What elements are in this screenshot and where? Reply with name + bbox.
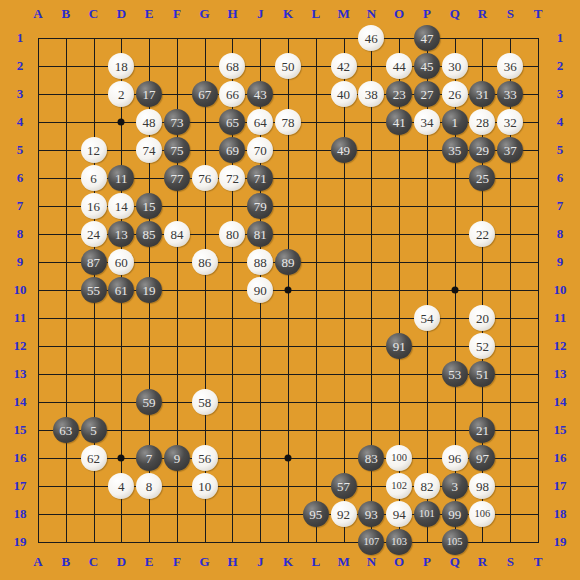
stone-H4[interactable]: 65: [219, 109, 245, 135]
row-label-right: 11: [554, 310, 566, 326]
row-label-right: 9: [557, 254, 564, 270]
stone-E7[interactable]: 15: [136, 193, 162, 219]
stone-R18[interactable]: 106: [469, 501, 495, 527]
row-label-left: 4: [17, 114, 24, 130]
column-label-top: S: [507, 6, 514, 22]
column-label-bottom: L: [311, 554, 320, 570]
column-label-bottom: T: [534, 554, 543, 570]
stone-G9[interactable]: 86: [192, 249, 218, 275]
stone-N19[interactable]: 107: [358, 529, 384, 555]
stone-L18[interactable]: 95: [303, 501, 329, 527]
column-label-bottom: B: [61, 554, 70, 570]
stone-C15[interactable]: 5: [81, 417, 107, 443]
stone-P17[interactable]: 82: [414, 473, 440, 499]
stone-O16[interactable]: 100: [386, 445, 412, 471]
stone-J3[interactable]: 43: [247, 81, 273, 107]
stone-G16[interactable]: 56: [192, 445, 218, 471]
stone-E16[interactable]: 7: [136, 445, 162, 471]
stone-J4[interactable]: 64: [247, 109, 273, 135]
stone-O3[interactable]: 23: [386, 81, 412, 107]
row-label-right: 18: [554, 506, 567, 522]
stone-Q18[interactable]: 99: [442, 501, 468, 527]
row-label-left: 2: [17, 58, 24, 74]
grid-line-horizontal: [38, 346, 539, 347]
column-label-bottom: H: [227, 554, 237, 570]
star-point: [118, 119, 125, 126]
row-label-left: 19: [14, 534, 27, 550]
stone-P11[interactable]: 54: [414, 305, 440, 331]
stone-Q19[interactable]: 105: [442, 529, 468, 555]
stone-O19[interactable]: 103: [386, 529, 412, 555]
stone-N3[interactable]: 38: [358, 81, 384, 107]
column-label-bottom: F: [173, 554, 181, 570]
stone-P1[interactable]: 47: [414, 25, 440, 51]
column-label-top: G: [200, 6, 210, 22]
stone-C6[interactable]: 6: [81, 165, 107, 191]
row-label-right: 13: [554, 366, 567, 382]
stone-M3[interactable]: 40: [331, 81, 357, 107]
row-label-right: 16: [554, 450, 567, 466]
stone-Q3[interactable]: 26: [442, 81, 468, 107]
stone-H3[interactable]: 66: [219, 81, 245, 107]
stone-Q13[interactable]: 53: [442, 361, 468, 387]
row-label-right: 1: [557, 30, 564, 46]
column-label-top: D: [117, 6, 126, 22]
column-label-bottom: M: [337, 554, 349, 570]
stone-P3[interactable]: 27: [414, 81, 440, 107]
row-label-left: 9: [17, 254, 24, 270]
stone-D3[interactable]: 2: [108, 81, 134, 107]
stone-F5[interactable]: 75: [164, 137, 190, 163]
star-point: [285, 455, 292, 462]
stone-G17[interactable]: 10: [192, 473, 218, 499]
row-label-left: 1: [17, 30, 24, 46]
stone-C7[interactable]: 16: [81, 193, 107, 219]
stone-Q5[interactable]: 35: [442, 137, 468, 163]
row-label-right: 5: [557, 142, 564, 158]
stone-Q17[interactable]: 3: [442, 473, 468, 499]
stone-J5[interactable]: 70: [247, 137, 273, 163]
stone-D9[interactable]: 60: [108, 249, 134, 275]
column-label-bottom: E: [145, 554, 154, 570]
column-label-top: M: [337, 6, 349, 22]
stone-D7[interactable]: 14: [108, 193, 134, 219]
column-label-bottom: A: [33, 554, 42, 570]
stone-P4[interactable]: 34: [414, 109, 440, 135]
row-label-left: 5: [17, 142, 24, 158]
stone-M17[interactable]: 57: [331, 473, 357, 499]
row-label-right: 8: [557, 226, 564, 242]
stone-C10[interactable]: 55: [81, 277, 107, 303]
stone-M2[interactable]: 42: [331, 53, 357, 79]
stone-G14[interactable]: 58: [192, 389, 218, 415]
stone-E3[interactable]: 17: [136, 81, 162, 107]
stone-F4[interactable]: 73: [164, 109, 190, 135]
column-label-top: A: [33, 6, 42, 22]
stone-R6[interactable]: 25: [469, 165, 495, 191]
stone-E10[interactable]: 19: [136, 277, 162, 303]
column-label-top: N: [367, 6, 376, 22]
stone-S4[interactable]: 32: [497, 109, 523, 135]
go-board[interactable]: AABBCCDDEEFFGGHHJJKKLLMMNNOOPPQQRRSSTT11…: [0, 0, 580, 580]
stone-J8[interactable]: 81: [247, 221, 273, 247]
star-point: [285, 287, 292, 294]
stone-D17[interactable]: 4: [108, 473, 134, 499]
stone-G3[interactable]: 67: [192, 81, 218, 107]
stone-H2[interactable]: 68: [219, 53, 245, 79]
stone-R15[interactable]: 21: [469, 417, 495, 443]
stone-E14[interactable]: 59: [136, 389, 162, 415]
row-label-right: 6: [557, 170, 564, 186]
row-label-right: 14: [554, 394, 567, 410]
stone-R5[interactable]: 29: [469, 137, 495, 163]
stone-M18[interactable]: 92: [331, 501, 357, 527]
column-label-top: Q: [450, 6, 460, 22]
stone-E17[interactable]: 8: [136, 473, 162, 499]
column-label-bottom: P: [423, 554, 431, 570]
stone-D8[interactable]: 13: [108, 221, 134, 247]
stone-R3[interactable]: 31: [469, 81, 495, 107]
row-label-right: 2: [557, 58, 564, 74]
stone-D10[interactable]: 61: [108, 277, 134, 303]
column-label-top: B: [61, 6, 70, 22]
stone-S5[interactable]: 37: [497, 137, 523, 163]
stone-F16[interactable]: 9: [164, 445, 190, 471]
stone-R12[interactable]: 52: [469, 333, 495, 359]
grid-line-horizontal: [38, 318, 539, 319]
row-label-left: 14: [14, 394, 27, 410]
stone-F8[interactable]: 84: [164, 221, 190, 247]
column-label-bottom: K: [283, 554, 293, 570]
stone-J7[interactable]: 79: [247, 193, 273, 219]
row-label-right: 17: [554, 478, 567, 494]
grid-line-vertical: [344, 38, 345, 543]
star-point: [451, 287, 458, 294]
stone-O18[interactable]: 94: [386, 501, 412, 527]
stone-C16[interactable]: 62: [81, 445, 107, 471]
row-label-left: 8: [17, 226, 24, 242]
stone-H8[interactable]: 80: [219, 221, 245, 247]
stone-E4[interactable]: 48: [136, 109, 162, 135]
column-label-bottom: C: [89, 554, 98, 570]
stone-R17[interactable]: 98: [469, 473, 495, 499]
stone-P18[interactable]: 101: [414, 501, 440, 527]
row-label-right: 19: [554, 534, 567, 550]
stone-N18[interactable]: 93: [358, 501, 384, 527]
grid-line-horizontal: [38, 430, 539, 431]
stone-D2[interactable]: 18: [108, 53, 134, 79]
column-label-bottom: G: [200, 554, 210, 570]
column-label-bottom: Q: [450, 554, 460, 570]
column-label-top: H: [227, 6, 237, 22]
row-label-left: 3: [17, 86, 24, 102]
row-label-right: 15: [554, 422, 567, 438]
stone-O17[interactable]: 102: [386, 473, 412, 499]
stone-R11[interactable]: 20: [469, 305, 495, 331]
stone-E8[interactable]: 85: [136, 221, 162, 247]
row-label-left: 17: [14, 478, 27, 494]
row-label-left: 6: [17, 170, 24, 186]
stone-D6[interactable]: 11: [108, 165, 134, 191]
stone-K2[interactable]: 50: [275, 53, 301, 79]
go-kifu-diagram: AABBCCDDEEFFGGHHJJKKLLMMNNOOPPQQRRSSTT11…: [0, 0, 580, 580]
stone-J10[interactable]: 90: [247, 277, 273, 303]
stone-N1[interactable]: 46: [358, 25, 384, 51]
stone-S2[interactable]: 36: [497, 53, 523, 79]
row-label-left: 11: [14, 310, 26, 326]
column-label-top: K: [283, 6, 293, 22]
stone-K9[interactable]: 89: [275, 249, 301, 275]
stone-N16[interactable]: 83: [358, 445, 384, 471]
row-label-right: 7: [557, 198, 564, 214]
row-label-left: 16: [14, 450, 27, 466]
stone-R8[interactable]: 22: [469, 221, 495, 247]
stone-H5[interactable]: 69: [219, 137, 245, 163]
column-label-top: E: [145, 6, 154, 22]
stone-C8[interactable]: 24: [81, 221, 107, 247]
column-label-top: J: [257, 6, 264, 22]
star-point: [118, 455, 125, 462]
column-label-top: L: [311, 6, 320, 22]
stone-P2[interactable]: 45: [414, 53, 440, 79]
row-label-right: 10: [554, 282, 567, 298]
stone-F6[interactable]: 77: [164, 165, 190, 191]
stone-B15[interactable]: 63: [53, 417, 79, 443]
column-label-bottom: N: [367, 554, 376, 570]
row-label-left: 18: [14, 506, 27, 522]
stone-R13[interactable]: 51: [469, 361, 495, 387]
column-label-top: C: [89, 6, 98, 22]
stone-Q16[interactable]: 96: [442, 445, 468, 471]
stone-S3[interactable]: 33: [497, 81, 523, 107]
column-label-top: P: [423, 6, 431, 22]
stone-H6[interactable]: 72: [219, 165, 245, 191]
column-label-bottom: O: [394, 554, 404, 570]
stone-R16[interactable]: 97: [469, 445, 495, 471]
column-label-top: O: [394, 6, 404, 22]
stone-K4[interactable]: 78: [275, 109, 301, 135]
stone-C9[interactable]: 87: [81, 249, 107, 275]
stone-M5[interactable]: 49: [331, 137, 357, 163]
grid-line-vertical: [538, 38, 539, 543]
column-label-bottom: J: [257, 554, 264, 570]
stone-C5[interactable]: 12: [81, 137, 107, 163]
grid-line-horizontal: [38, 402, 539, 403]
stone-J9[interactable]: 88: [247, 249, 273, 275]
row-label-right: 4: [557, 114, 564, 130]
column-label-bottom: S: [507, 554, 514, 570]
row-label-left: 12: [14, 338, 27, 354]
stone-G6[interactable]: 76: [192, 165, 218, 191]
column-label-top: T: [534, 6, 543, 22]
stone-O2[interactable]: 44: [386, 53, 412, 79]
stone-O12[interactable]: 91: [386, 333, 412, 359]
stone-J6[interactable]: 71: [247, 165, 273, 191]
row-label-right: 12: [554, 338, 567, 354]
column-label-top: R: [478, 6, 487, 22]
row-label-left: 7: [17, 198, 24, 214]
grid-line-vertical: [316, 38, 317, 543]
row-label-left: 10: [14, 282, 27, 298]
stone-Q4[interactable]: 1: [442, 109, 468, 135]
stone-Q2[interactable]: 30: [442, 53, 468, 79]
row-label-left: 13: [14, 366, 27, 382]
stone-O4[interactable]: 41: [386, 109, 412, 135]
stone-E5[interactable]: 74: [136, 137, 162, 163]
column-label-top: F: [173, 6, 181, 22]
row-label-left: 15: [14, 422, 27, 438]
column-label-bottom: D: [117, 554, 126, 570]
stone-R4[interactable]: 28: [469, 109, 495, 135]
row-label-right: 3: [557, 86, 564, 102]
column-label-bottom: R: [478, 554, 487, 570]
